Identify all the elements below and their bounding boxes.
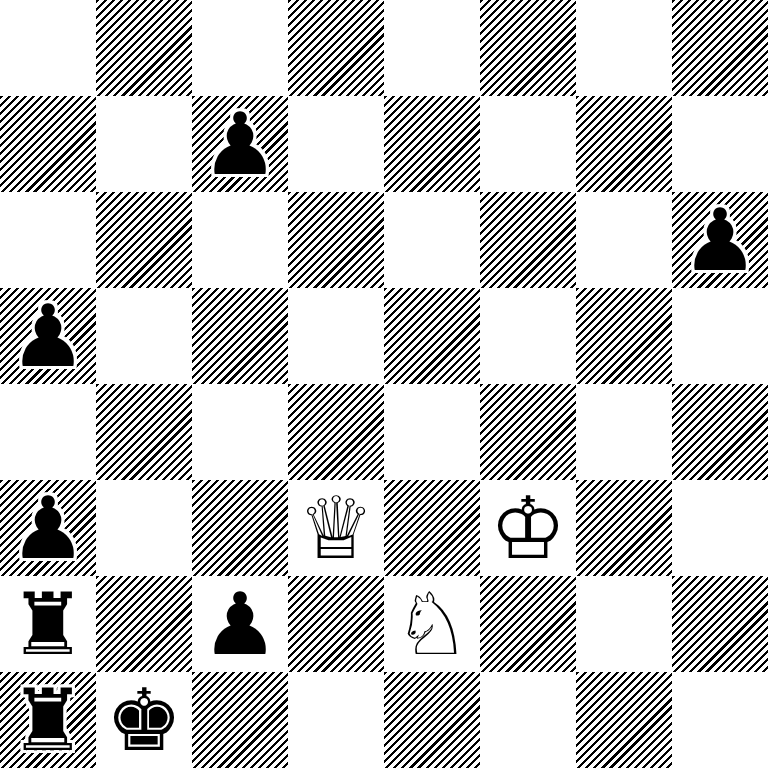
black-rook-piece[interactable]: ♜ xyxy=(9,576,86,672)
square-c4[interactable] xyxy=(192,384,288,480)
square-h2[interactable] xyxy=(672,576,768,672)
square-g2[interactable] xyxy=(576,576,672,672)
square-a1[interactable]: ♜ xyxy=(0,672,96,768)
square-e3[interactable] xyxy=(384,480,480,576)
square-b2[interactable] xyxy=(96,576,192,672)
square-h8[interactable] xyxy=(672,0,768,96)
square-g5[interactable] xyxy=(576,288,672,384)
black-pawn-piece[interactable]: ♟ xyxy=(681,192,758,288)
square-a7[interactable] xyxy=(0,96,96,192)
square-h3[interactable] xyxy=(672,480,768,576)
square-d6[interactable] xyxy=(288,192,384,288)
square-e5[interactable] xyxy=(384,288,480,384)
square-f3[interactable]: ♔ xyxy=(480,480,576,576)
square-f8[interactable] xyxy=(480,0,576,96)
black-pawn-piece[interactable]: ♟ xyxy=(201,96,278,192)
black-king-piece[interactable]: ♚ xyxy=(105,672,182,768)
square-g7[interactable] xyxy=(576,96,672,192)
square-f2[interactable] xyxy=(480,576,576,672)
square-f4[interactable] xyxy=(480,384,576,480)
square-e7[interactable] xyxy=(384,96,480,192)
square-b1[interactable]: ♚ xyxy=(96,672,192,768)
square-g8[interactable] xyxy=(576,0,672,96)
square-d8[interactable] xyxy=(288,0,384,96)
square-g3[interactable] xyxy=(576,480,672,576)
square-f5[interactable] xyxy=(480,288,576,384)
square-b4[interactable] xyxy=(96,384,192,480)
square-e6[interactable] xyxy=(384,192,480,288)
square-h6[interactable]: ♟ xyxy=(672,192,768,288)
square-c5[interactable] xyxy=(192,288,288,384)
white-queen-piece[interactable]: ♕ xyxy=(297,480,374,576)
square-h7[interactable] xyxy=(672,96,768,192)
square-e4[interactable] xyxy=(384,384,480,480)
square-e2[interactable]: ♘ xyxy=(384,576,480,672)
square-b5[interactable] xyxy=(96,288,192,384)
square-f7[interactable] xyxy=(480,96,576,192)
square-h1[interactable] xyxy=(672,672,768,768)
square-b6[interactable] xyxy=(96,192,192,288)
black-pawn-piece[interactable]: ♟ xyxy=(201,576,278,672)
chess-board: ♟♟♟♟♕♔♜♟♘♜♚ xyxy=(0,0,768,768)
white-king-piece[interactable]: ♔ xyxy=(489,480,566,576)
square-d7[interactable] xyxy=(288,96,384,192)
square-a8[interactable] xyxy=(0,0,96,96)
square-e1[interactable] xyxy=(384,672,480,768)
square-g4[interactable] xyxy=(576,384,672,480)
square-d5[interactable] xyxy=(288,288,384,384)
black-pawn-piece[interactable]: ♟ xyxy=(9,288,86,384)
square-a4[interactable] xyxy=(0,384,96,480)
square-c2[interactable]: ♟ xyxy=(192,576,288,672)
square-c7[interactable]: ♟ xyxy=(192,96,288,192)
square-c8[interactable] xyxy=(192,0,288,96)
square-c1[interactable] xyxy=(192,672,288,768)
square-d3[interactable]: ♕ xyxy=(288,480,384,576)
square-c6[interactable] xyxy=(192,192,288,288)
black-rook-piece[interactable]: ♜ xyxy=(9,672,86,768)
square-b7[interactable] xyxy=(96,96,192,192)
square-a2[interactable]: ♜ xyxy=(0,576,96,672)
square-h5[interactable] xyxy=(672,288,768,384)
square-f6[interactable] xyxy=(480,192,576,288)
square-h4[interactable] xyxy=(672,384,768,480)
square-f1[interactable] xyxy=(480,672,576,768)
white-knight-piece[interactable]: ♘ xyxy=(393,576,470,672)
square-g1[interactable] xyxy=(576,672,672,768)
square-a6[interactable] xyxy=(0,192,96,288)
square-b3[interactable] xyxy=(96,480,192,576)
square-c3[interactable] xyxy=(192,480,288,576)
square-d2[interactable] xyxy=(288,576,384,672)
square-b8[interactable] xyxy=(96,0,192,96)
square-g6[interactable] xyxy=(576,192,672,288)
square-d4[interactable] xyxy=(288,384,384,480)
square-e8[interactable] xyxy=(384,0,480,96)
square-a3[interactable]: ♟ xyxy=(0,480,96,576)
square-a5[interactable]: ♟ xyxy=(0,288,96,384)
square-d1[interactable] xyxy=(288,672,384,768)
black-pawn-piece[interactable]: ♟ xyxy=(9,480,86,576)
